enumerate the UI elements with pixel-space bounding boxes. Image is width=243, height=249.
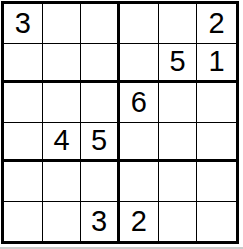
sudoku-screenshot: 325164532	[0, 0, 243, 249]
cell-r4c3[interactable]: 5	[81, 123, 120, 163]
cell-r1c5[interactable]	[159, 4, 198, 44]
cell-r2c1[interactable]	[4, 44, 43, 84]
cell-r3c4[interactable]: 6	[120, 83, 159, 123]
cell-r3c1[interactable]	[4, 83, 43, 123]
cell-r5c3[interactable]	[81, 162, 120, 202]
cell-r4c6[interactable]	[197, 123, 236, 163]
cell-r1c2[interactable]	[43, 4, 82, 44]
cell-r4c1[interactable]	[4, 123, 43, 163]
cell-r5c5[interactable]	[159, 162, 198, 202]
cell-r2c5[interactable]: 5	[159, 44, 198, 84]
cell-r5c4[interactable]	[120, 162, 159, 202]
cell-r3c3[interactable]	[81, 83, 120, 123]
cell-r2c4[interactable]	[120, 44, 159, 84]
sudoku-board: 325164532	[1, 1, 239, 244]
cell-r6c4[interactable]: 2	[120, 202, 159, 242]
cell-r2c3[interactable]	[81, 44, 120, 84]
cell-r4c2[interactable]: 4	[43, 123, 82, 163]
cell-r5c2[interactable]	[43, 162, 82, 202]
cell-r5c6[interactable]	[197, 162, 236, 202]
cell-r6c1[interactable]	[4, 202, 43, 242]
cell-r1c1[interactable]: 3	[4, 4, 43, 44]
cell-r1c3[interactable]	[81, 4, 120, 44]
cell-r4c4[interactable]	[120, 123, 159, 163]
cell-r2c6[interactable]: 1	[197, 44, 236, 84]
cell-r6c3[interactable]: 3	[81, 202, 120, 242]
cell-r2c2[interactable]	[43, 44, 82, 84]
cell-r6c6[interactable]	[197, 202, 236, 242]
cell-r3c2[interactable]	[43, 83, 82, 123]
cell-r5c1[interactable]	[4, 162, 43, 202]
cell-r4c5[interactable]	[159, 123, 198, 163]
cell-r6c5[interactable]	[159, 202, 198, 242]
cell-r3c5[interactable]	[159, 83, 198, 123]
cell-r1c4[interactable]	[120, 4, 159, 44]
cell-r1c6[interactable]: 2	[197, 4, 236, 44]
cell-r3c6[interactable]	[197, 83, 236, 123]
cell-r6c2[interactable]	[43, 202, 82, 242]
